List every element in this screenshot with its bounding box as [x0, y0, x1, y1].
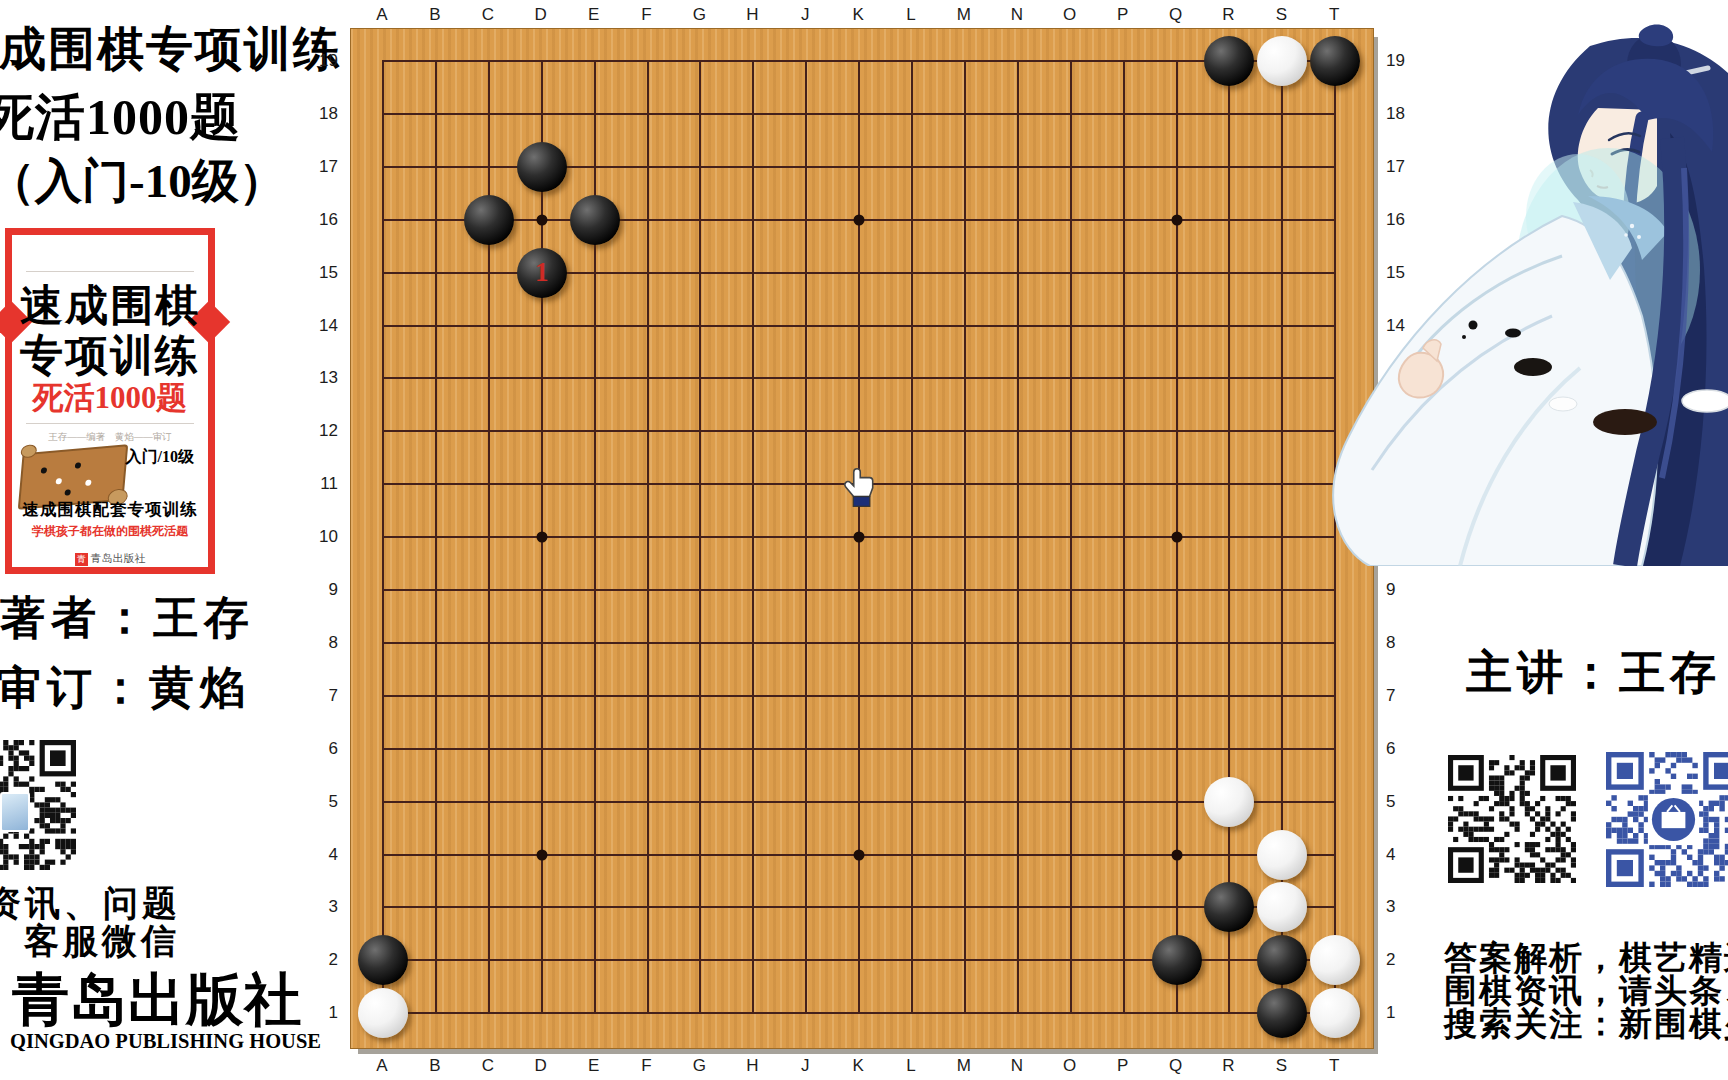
qr-code-blue-video — [1606, 752, 1728, 887]
go-board[interactable]: 1 — [350, 28, 1374, 1049]
grid-line-vertical — [964, 60, 966, 1014]
stone-white-s3 — [1257, 882, 1307, 932]
cover-authors: 王存——编著 黄焰——审订 — [12, 431, 208, 444]
coord-label-J: J — [785, 6, 825, 23]
coord-label-11: 11 — [298, 475, 338, 492]
coord-label-S: S — [1261, 1057, 1301, 1074]
coord-label-C: C — [468, 1057, 508, 1074]
star-point-q4 — [1171, 849, 1182, 860]
coord-label-J: J — [785, 1057, 825, 1074]
star-point-q10 — [1171, 532, 1182, 543]
coord-label-6: 6 — [298, 739, 338, 756]
coord-label-15: 15 — [298, 263, 338, 280]
coord-label-D: D — [521, 6, 561, 23]
cover-divider — [26, 423, 194, 424]
coord-label-3: 3 — [298, 898, 338, 915]
coord-label-10: 10 — [298, 528, 338, 545]
coord-label-M: M — [944, 6, 984, 23]
author-credit: 著者：王存 — [0, 588, 255, 648]
coord-label-N: N — [997, 1057, 1037, 1074]
publisher-name-cn: 青岛出版社 — [12, 962, 302, 1039]
grid-line-vertical — [1070, 60, 1072, 1014]
grid-line-vertical — [911, 60, 913, 1014]
star-point-k10 — [854, 532, 865, 543]
coord-label-A: A — [362, 6, 402, 23]
coord-label-K: K — [838, 6, 878, 23]
grid-line-horizontal — [382, 1012, 1336, 1014]
book-title: 死活1000题 — [0, 84, 241, 151]
stone-black-r19 — [1204, 36, 1254, 86]
footer-text-3: 搜索关注：新围棋少 — [1444, 1002, 1728, 1047]
star-point-d16 — [536, 214, 547, 225]
grid-line-horizontal — [382, 801, 1336, 803]
coord-label-14: 14 — [298, 316, 338, 333]
star-point-k16 — [854, 214, 865, 225]
stone-black-d17 — [517, 142, 567, 192]
book-cover: 速成围棋 专项训练 死活1000题 王存——编著 黄焰——审订 入门/10级 速… — [5, 228, 215, 574]
coord-label-H: H — [732, 1057, 772, 1074]
coord-label-9: 9 — [298, 581, 338, 598]
coord-label-H: H — [732, 6, 772, 23]
coord-label-L: L — [891, 1057, 931, 1074]
coord-label-6: 6 — [1386, 739, 1426, 756]
coord-label-M: M — [944, 1057, 984, 1074]
star-point-d10 — [536, 532, 547, 543]
publisher-name-en: QINGDAO PUBLISHING HOUSE — [10, 1030, 321, 1053]
level-subtitle: （入门-10级） — [0, 150, 286, 213]
reviewer-credit: 审订：黄焰 — [0, 658, 251, 718]
coord-label-2: 2 — [1386, 951, 1426, 968]
coord-label-P: P — [1103, 1057, 1143, 1074]
coord-label-7: 7 — [1386, 686, 1426, 703]
coord-label-N: N — [997, 6, 1037, 23]
stone-black-s2 — [1257, 935, 1307, 985]
hand-cursor-icon — [841, 466, 879, 510]
coord-label-2: 2 — [298, 951, 338, 968]
stone-black-s1 — [1257, 988, 1307, 1038]
coord-label-18: 18 — [298, 104, 338, 121]
coord-label-C: C — [468, 6, 508, 23]
qr-thumbnail-image — [0, 792, 30, 832]
video-frame: 速成围棋专项训练 死活1000题 （入门-10级） 速成围棋 专项训练 死活10… — [0, 0, 1728, 1080]
coord-label-12: 12 — [298, 422, 338, 439]
coord-label-17: 17 — [298, 157, 338, 174]
coord-label-7: 7 — [298, 686, 338, 703]
star-point-d4 — [536, 849, 547, 860]
cover-subtitle: 死活1000题 — [12, 377, 208, 419]
coord-label-5: 5 — [298, 792, 338, 809]
coord-label-Q: Q — [1156, 6, 1196, 23]
coord-label-R: R — [1208, 1057, 1248, 1074]
coord-label-1: 1 — [1386, 1004, 1426, 1021]
stone-white-s4 — [1257, 830, 1307, 880]
lecturer-credit: 主讲：王存 — [1466, 642, 1721, 704]
coord-label-O: O — [1050, 6, 1090, 23]
coord-label-A: A — [362, 1057, 402, 1074]
coord-label-F: F — [627, 6, 667, 23]
star-point-q16 — [1171, 214, 1182, 225]
qr-code-black — [1448, 755, 1576, 883]
coord-label-4: 4 — [1386, 845, 1426, 862]
stone-black-d15: 1 — [517, 248, 567, 298]
coord-label-D: D — [521, 1057, 561, 1074]
grid-line-horizontal — [382, 748, 1336, 750]
coord-label-19: 19 — [298, 52, 338, 69]
coord-label-K: K — [838, 1057, 878, 1074]
grid-line-vertical — [1123, 60, 1125, 1014]
star-point-k4 — [854, 849, 865, 860]
coord-label-16: 16 — [298, 210, 338, 227]
coord-label-O: O — [1050, 1057, 1090, 1074]
publisher-seal-icon: 青 — [75, 553, 88, 566]
grid-line-vertical — [1017, 60, 1019, 1014]
coord-label-B: B — [415, 1057, 455, 1074]
grid-line-horizontal — [382, 695, 1336, 697]
coord-label-9: 9 — [1386, 581, 1426, 598]
stone-black-q2 — [1152, 935, 1202, 985]
stone-white-r5 — [1204, 777, 1254, 827]
cover-publisher: 青岛出版社 — [90, 552, 145, 564]
coord-label-R: R — [1208, 6, 1248, 23]
grid-line-horizontal — [382, 589, 1336, 591]
coord-label-F: F — [627, 1057, 667, 1074]
cover-tagline-1: 速成围棋配套专项训练 — [12, 499, 208, 521]
coord-label-Q: Q — [1156, 1057, 1196, 1074]
cover-tagline-2: 学棋孩子都在做的围棋死活题 — [12, 523, 208, 540]
stone-white-a1 — [358, 988, 408, 1038]
coord-label-P: P — [1103, 6, 1143, 23]
grid-line-horizontal — [382, 642, 1336, 644]
cover-divider — [26, 271, 194, 272]
coord-label-B: B — [415, 6, 455, 23]
coord-label-8: 8 — [1386, 633, 1426, 650]
coord-label-3: 3 — [1386, 898, 1426, 915]
character-illustration — [1280, 18, 1728, 566]
stone-black-e16 — [570, 195, 620, 245]
coord-label-G: G — [679, 6, 719, 23]
stone-black-r3 — [1204, 882, 1254, 932]
grid-line-vertical — [1228, 60, 1230, 1014]
coord-label-T: T — [1314, 1057, 1354, 1074]
grid-line-horizontal — [382, 906, 1336, 908]
coord-label-E: E — [574, 6, 614, 23]
stone-white-t1 — [1310, 988, 1360, 1038]
stone-black-a2 — [358, 935, 408, 985]
stone-white-t2 — [1310, 935, 1360, 985]
coord-label-13: 13 — [298, 369, 338, 386]
coord-label-8: 8 — [298, 633, 338, 650]
coord-label-L: L — [891, 6, 931, 23]
coord-label-4: 4 — [298, 845, 338, 862]
qr-caption-2: 客服微信 — [24, 918, 180, 965]
coord-label-1: 1 — [298, 1004, 338, 1021]
coord-label-E: E — [574, 1057, 614, 1074]
series-title: 速成围棋专项训练 — [0, 18, 342, 81]
coord-label-5: 5 — [1386, 792, 1426, 809]
coord-label-G: G — [679, 1057, 719, 1074]
cover-level: 入门/10级 — [12, 447, 208, 468]
stone-black-c16 — [464, 195, 514, 245]
